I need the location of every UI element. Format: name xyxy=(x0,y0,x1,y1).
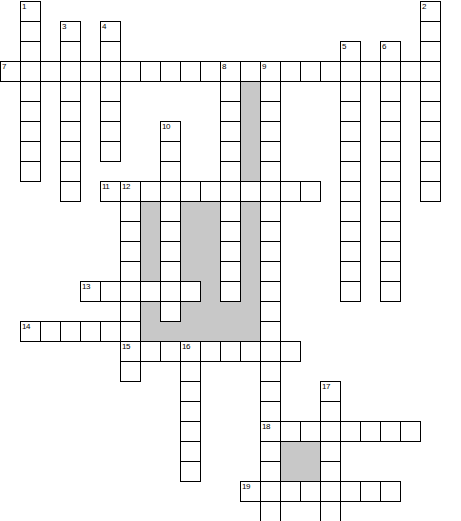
cell-r21-c16[interactable] xyxy=(320,421,341,442)
cell-r3-c19[interactable] xyxy=(380,61,401,82)
blocked-cell-r10-c9 xyxy=(180,201,201,222)
cell-r21-c20[interactable] xyxy=(400,421,421,442)
blocked-cell-r10-c7 xyxy=(140,201,161,222)
cell-r21-c15[interactable] xyxy=(300,421,321,442)
cell-r14-c17[interactable] xyxy=(340,281,361,302)
cell-r11-c13[interactable] xyxy=(260,221,281,242)
cell-r17-c11[interactable] xyxy=(220,341,241,362)
cell-r16-c4[interactable] xyxy=(80,321,101,342)
cell-r6-c11[interactable] xyxy=(220,121,241,142)
cell-r2-c3[interactable] xyxy=(60,41,81,62)
blocked-cell-r15-c9 xyxy=(180,301,201,322)
cell-r18-c6[interactable] xyxy=(120,361,141,382)
cell-r3-c11[interactable] xyxy=(220,61,241,82)
blocked-cell-r12-c7 xyxy=(140,241,161,262)
blocked-cell-r16-c12 xyxy=(240,321,261,342)
cell-r5-c3[interactable] xyxy=(60,101,81,122)
blocked-cell-r7-c12 xyxy=(240,141,261,162)
cell-r4-c11[interactable] xyxy=(220,81,241,102)
cell-r3-c15[interactable] xyxy=(300,61,321,82)
cell-r17-c10[interactable] xyxy=(200,341,221,362)
blocked-cell-r16-c7 xyxy=(140,321,161,342)
cell-r21-c17[interactable] xyxy=(340,421,361,442)
cell-r15-c6[interactable] xyxy=(120,301,141,322)
cell-r3-c16[interactable] xyxy=(320,61,341,82)
cell-r25-c16[interactable] xyxy=(320,501,341,521)
cell-r5-c1[interactable] xyxy=(20,101,41,122)
cell-r10-c13[interactable] xyxy=(260,201,281,222)
cell-r3-c8[interactable] xyxy=(160,61,181,82)
blocked-cell-r11-c7 xyxy=(140,221,161,242)
cell-r9-c7[interactable] xyxy=(140,181,161,202)
blocked-cell-r22-c15 xyxy=(300,441,321,462)
blocked-cell-r12-c10 xyxy=(200,241,221,262)
blocked-cell-r13-c12 xyxy=(240,261,261,282)
blocked-cell-r22-c14 xyxy=(280,441,301,462)
cell-r4-c3[interactable] xyxy=(60,81,81,102)
cell-r5-c21[interactable] xyxy=(420,101,441,122)
cell-r18-c9[interactable] xyxy=(180,361,201,382)
blocked-cell-r5-c12 xyxy=(240,101,261,122)
cell-r12-c11[interactable] xyxy=(220,241,241,262)
blocked-cell-r16-c9 xyxy=(180,321,201,342)
cell-r22-c9[interactable] xyxy=(180,441,201,462)
cell-r0-c1[interactable] xyxy=(20,1,41,22)
cell-r12-c6[interactable] xyxy=(120,241,141,262)
blocked-cell-r11-c10 xyxy=(200,221,221,242)
cell-r12-c13[interactable] xyxy=(260,241,281,262)
cell-r9-c13[interactable] xyxy=(260,181,281,202)
cell-r11-c11[interactable] xyxy=(220,221,241,242)
cell-r3-c0[interactable] xyxy=(0,61,21,82)
cell-r3-c6[interactable] xyxy=(120,61,141,82)
cell-r2-c21[interactable] xyxy=(420,41,441,62)
cell-r22-c13[interactable] xyxy=(260,441,281,462)
blocked-cell-r13-c10 xyxy=(200,261,221,282)
cell-r22-c16[interactable] xyxy=(320,441,341,462)
cell-r9-c10[interactable] xyxy=(200,181,221,202)
cell-r8-c8[interactable] xyxy=(160,161,181,182)
cell-r18-c13[interactable] xyxy=(260,361,281,382)
cell-r9-c9[interactable] xyxy=(180,181,201,202)
cell-r4-c1[interactable] xyxy=(20,81,41,102)
cell-r9-c8[interactable] xyxy=(160,181,181,202)
cell-r3-c21[interactable] xyxy=(420,61,441,82)
cell-r3-c7[interactable] xyxy=(140,61,161,82)
cell-r23-c9[interactable] xyxy=(180,461,201,482)
cell-r9-c21[interactable] xyxy=(420,181,441,202)
cell-r9-c6[interactable] xyxy=(120,181,141,202)
cell-r4-c19[interactable] xyxy=(380,81,401,102)
cell-r13-c19[interactable] xyxy=(380,261,401,282)
blocked-cell-r15-c7 xyxy=(140,301,161,322)
cell-r24-c13[interactable] xyxy=(260,481,281,502)
cell-r1-c1[interactable] xyxy=(20,21,41,42)
cell-r11-c8[interactable] xyxy=(160,221,181,242)
cell-r9-c5[interactable] xyxy=(100,181,121,202)
cell-r8-c17[interactable] xyxy=(340,161,361,182)
cell-r2-c5[interactable] xyxy=(100,41,121,62)
blocked-cell-r14-c10 xyxy=(200,281,221,302)
cell-r11-c6[interactable] xyxy=(120,221,141,242)
cell-r10-c11[interactable] xyxy=(220,201,241,222)
cell-r23-c16[interactable] xyxy=(320,461,341,482)
cell-r21-c18[interactable] xyxy=(360,421,381,442)
cell-r13-c11[interactable] xyxy=(220,261,241,282)
cell-r14-c8[interactable] xyxy=(160,281,181,302)
cell-r16-c1[interactable] xyxy=(20,321,41,342)
cell-r19-c9[interactable] xyxy=(180,381,201,402)
cell-r7-c19[interactable] xyxy=(380,141,401,162)
blocked-cell-r16-c10 xyxy=(200,321,221,342)
cell-r7-c3[interactable] xyxy=(60,141,81,162)
blocked-cell-r23-c14 xyxy=(280,461,301,482)
cell-r3-c17[interactable] xyxy=(340,61,361,82)
cell-r6-c8[interactable] xyxy=(160,121,181,142)
cell-r14-c6[interactable] xyxy=(120,281,141,302)
cell-r3-c3[interactable] xyxy=(60,61,81,82)
blocked-cell-r11-c12 xyxy=(240,221,261,242)
blocked-cell-r8-c12 xyxy=(240,161,261,182)
cell-r14-c5[interactable] xyxy=(100,281,121,302)
cell-r14-c13[interactable] xyxy=(260,281,281,302)
blocked-cell-r4-c12 xyxy=(240,81,261,102)
cell-r19-c13[interactable] xyxy=(260,381,281,402)
cell-r16-c5[interactable] xyxy=(100,321,121,342)
cell-r8-c3[interactable] xyxy=(60,161,81,182)
cell-r3-c12[interactable] xyxy=(240,61,261,82)
blocked-cell-r11-c9 xyxy=(180,221,201,242)
cell-r6-c1[interactable] xyxy=(20,121,41,142)
cell-r8-c13[interactable] xyxy=(260,161,281,182)
blocked-cell-r10-c12 xyxy=(240,201,261,222)
cell-r20-c13[interactable] xyxy=(260,401,281,422)
cell-r15-c13[interactable] xyxy=(260,301,281,322)
blocked-cell-r6-c12 xyxy=(240,121,261,142)
cell-r5-c11[interactable] xyxy=(220,101,241,122)
cell-r17-c13[interactable] xyxy=(260,341,281,362)
cell-r5-c19[interactable] xyxy=(380,101,401,122)
cell-r13-c6[interactable] xyxy=(120,261,141,282)
cell-r3-c10[interactable] xyxy=(200,61,221,82)
cell-r24-c16[interactable] xyxy=(320,481,341,502)
cell-r14-c4[interactable] xyxy=(80,281,101,302)
cell-r6-c13[interactable] xyxy=(260,121,281,142)
cell-r8-c21[interactable] xyxy=(420,161,441,182)
cell-r16-c13[interactable] xyxy=(260,321,281,342)
cell-r25-c13[interactable] xyxy=(260,501,281,521)
cell-r7-c11[interactable] xyxy=(220,141,241,162)
cell-r5-c13[interactable] xyxy=(260,101,281,122)
cell-r7-c13[interactable] xyxy=(260,141,281,162)
cell-r21-c19[interactable] xyxy=(380,421,401,442)
cell-r17-c9[interactable] xyxy=(180,341,201,362)
blocked-cell-r23-c15 xyxy=(300,461,321,482)
blocked-cell-r12-c12 xyxy=(240,241,261,262)
cell-r17-c8[interactable] xyxy=(160,341,181,362)
cell-r1-c3[interactable] xyxy=(60,21,81,42)
cell-r6-c17[interactable] xyxy=(340,121,361,142)
cell-r11-c19[interactable] xyxy=(380,221,401,242)
cell-r7-c8[interactable] xyxy=(160,141,181,162)
blocked-cell-r12-c9 xyxy=(180,241,201,262)
blocked-cell-r16-c11 xyxy=(220,321,241,342)
cell-r7-c17[interactable] xyxy=(340,141,361,162)
cell-r14-c19[interactable] xyxy=(380,281,401,302)
cell-r20-c9[interactable] xyxy=(180,401,201,422)
cell-r4-c21[interactable] xyxy=(420,81,441,102)
cell-r14-c7[interactable] xyxy=(140,281,161,302)
blocked-cell-r16-c8 xyxy=(160,321,181,342)
cell-r17-c7[interactable] xyxy=(140,341,161,362)
cell-r10-c19[interactable] xyxy=(380,201,401,222)
cell-r0-c21[interactable] xyxy=(420,1,441,22)
cell-r3-c4[interactable] xyxy=(80,61,101,82)
cell-r17-c14[interactable] xyxy=(280,341,301,362)
blocked-cell-r13-c7 xyxy=(140,261,161,282)
cell-r7-c21[interactable] xyxy=(420,141,441,162)
cell-r12-c19[interactable] xyxy=(380,241,401,262)
cell-r4-c5[interactable] xyxy=(100,81,121,102)
cell-r10-c17[interactable] xyxy=(340,201,361,222)
cell-r9-c15[interactable] xyxy=(300,181,321,202)
cell-r12-c17[interactable] xyxy=(340,241,361,262)
cell-r6-c21[interactable] xyxy=(420,121,441,142)
cell-r9-c3[interactable] xyxy=(60,181,81,202)
cell-r9-c14[interactable] xyxy=(280,181,301,202)
blocked-cell-r15-c11 xyxy=(220,301,241,322)
cell-r24-c19[interactable] xyxy=(380,481,401,502)
cell-r9-c11[interactable] xyxy=(220,181,241,202)
cell-r24-c14[interactable] xyxy=(280,481,301,502)
cell-r6-c3[interactable] xyxy=(60,121,81,142)
cell-r7-c5[interactable] xyxy=(100,141,121,162)
cell-r2-c19[interactable] xyxy=(380,41,401,62)
cell-r24-c15[interactable] xyxy=(300,481,321,502)
blocked-cell-r15-c12 xyxy=(240,301,261,322)
cell-r15-c8[interactable] xyxy=(160,301,181,322)
cell-r3-c20[interactable] xyxy=(400,61,421,82)
cell-r9-c17[interactable] xyxy=(340,181,361,202)
cell-r21-c13[interactable] xyxy=(260,421,281,442)
blocked-cell-r15-c10 xyxy=(200,301,221,322)
cell-r24-c18[interactable] xyxy=(360,481,381,502)
cell-r13-c17[interactable] xyxy=(340,261,361,282)
cell-r23-c13[interactable] xyxy=(260,461,281,482)
cell-r1-c5[interactable] xyxy=(100,21,121,42)
cell-r10-c6[interactable] xyxy=(120,201,141,222)
cell-r13-c8[interactable] xyxy=(160,261,181,282)
blocked-cell-r14-c12 xyxy=(240,281,261,302)
cell-r13-c13[interactable] xyxy=(260,261,281,282)
cell-r14-c9[interactable] xyxy=(180,281,201,302)
cell-r21-c14[interactable] xyxy=(280,421,301,442)
cell-r16-c2[interactable] xyxy=(40,321,61,342)
cell-r14-c11[interactable] xyxy=(220,281,241,302)
cell-r8-c1[interactable] xyxy=(20,161,41,182)
cell-r4-c17[interactable] xyxy=(340,81,361,102)
cell-r3-c18[interactable] xyxy=(360,61,381,82)
cell-r24-c12[interactable] xyxy=(240,481,261,502)
cell-r12-c8[interactable] xyxy=(160,241,181,262)
cell-r3-c5[interactable] xyxy=(100,61,121,82)
cell-r3-c13[interactable] xyxy=(260,61,281,82)
cell-r20-c16[interactable] xyxy=(320,401,341,422)
cell-r21-c9[interactable] xyxy=(180,421,201,442)
cell-r7-c1[interactable] xyxy=(20,141,41,162)
cell-r9-c19[interactable] xyxy=(380,181,401,202)
crossword-grid: 12345678910111213141516171819 xyxy=(0,0,461,521)
cell-r3-c2[interactable] xyxy=(40,61,61,82)
cell-r1-c21[interactable] xyxy=(420,21,441,42)
cell-r16-c6[interactable] xyxy=(120,321,141,342)
cell-r5-c17[interactable] xyxy=(340,101,361,122)
cell-r17-c12[interactable] xyxy=(240,341,261,362)
cell-r16-c3[interactable] xyxy=(60,321,81,342)
blocked-cell-r13-c9 xyxy=(180,261,201,282)
cell-r3-c9[interactable] xyxy=(180,61,201,82)
cell-r8-c19[interactable] xyxy=(380,161,401,182)
cell-r2-c17[interactable] xyxy=(340,41,361,62)
cell-r3-c1[interactable] xyxy=(20,61,41,82)
cell-r3-c14[interactable] xyxy=(280,61,301,82)
cell-r2-c1[interactable] xyxy=(20,41,41,62)
cell-r6-c19[interactable] xyxy=(380,121,401,142)
cell-r10-c8[interactable] xyxy=(160,201,181,222)
cell-r24-c17[interactable] xyxy=(340,481,361,502)
blocked-cell-r10-c10 xyxy=(200,201,221,222)
cell-r9-c12[interactable] xyxy=(240,181,261,202)
cell-r19-c16[interactable] xyxy=(320,381,341,402)
cell-r5-c5[interactable] xyxy=(100,101,121,122)
cell-r4-c13[interactable] xyxy=(260,81,281,102)
cell-r8-c11[interactable] xyxy=(220,161,241,182)
cell-r17-c6[interactable] xyxy=(120,341,141,362)
cell-r11-c17[interactable] xyxy=(340,221,361,242)
cell-r6-c5[interactable] xyxy=(100,121,121,142)
